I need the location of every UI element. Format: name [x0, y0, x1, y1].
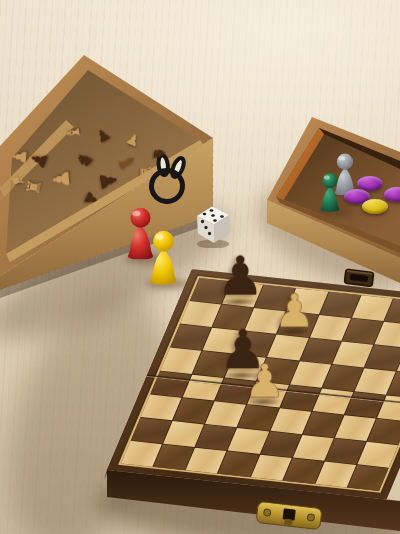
board-hinge	[342, 266, 378, 292]
board-cell[interactable]: ♟	[222, 281, 263, 307]
white-pawn[interactable]: ♟	[244, 358, 284, 404]
white-pawn[interactable]: ♟	[274, 288, 314, 334]
dice[interactable]	[193, 202, 235, 248]
game-photo-scene: ♟♟♞♟♝♛♟♟♝♞♜♟♟♟♟♜	[0, 0, 400, 534]
black-pawn[interactable]: ♟	[216, 250, 262, 304]
board-cell[interactable]: ♟	[277, 311, 318, 337]
board-cell[interactable]: ♟	[248, 381, 289, 407]
